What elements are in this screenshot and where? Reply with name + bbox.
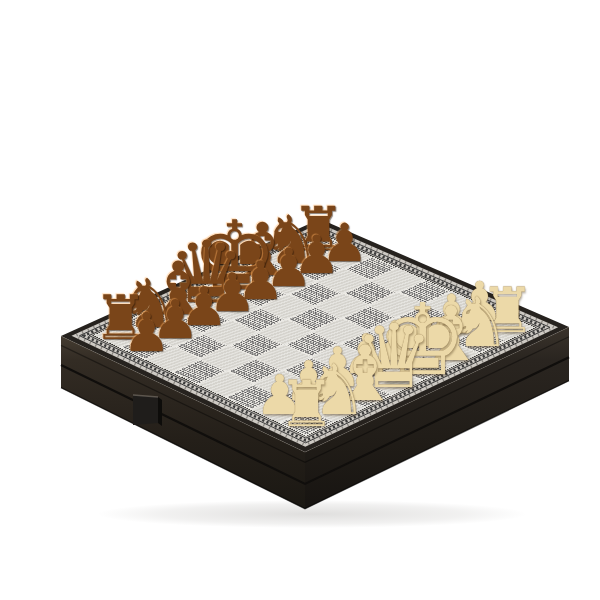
piece-shadows-layer	[0, 0, 600, 600]
product-photo-stage: ♜♟♞♟♝♟♚♟♛♟♝♟♟♞♜♟♟♜♞♟♟♝♟♚♟♛♟♝♟♞♟♜	[0, 0, 600, 600]
